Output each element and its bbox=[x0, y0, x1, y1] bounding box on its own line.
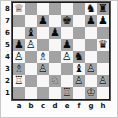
square-c6[interactable] bbox=[37, 27, 49, 39]
square-b8[interactable] bbox=[25, 3, 37, 15]
square-c8[interactable] bbox=[37, 3, 49, 15]
rank-labels: 87654321 bbox=[3, 2, 12, 100]
square-d1[interactable] bbox=[49, 87, 61, 99]
square-a2[interactable]: ♖ bbox=[13, 75, 25, 87]
chess-diagram: 87654321 ♕♞♜♟♚♟♟♝♟♟♙♟♛♙♗♙♞♗♙♝♙♖♘♙♙♖♔ abc… bbox=[0, 0, 118, 118]
square-e6[interactable] bbox=[61, 27, 73, 39]
square-d7[interactable] bbox=[49, 15, 61, 27]
square-a8[interactable]: ♕ bbox=[13, 3, 25, 15]
white-pawn-b5[interactable]: ♙ bbox=[26, 39, 36, 51]
square-f8[interactable] bbox=[73, 3, 85, 15]
square-d8[interactable] bbox=[49, 3, 61, 15]
white-bishop-a3[interactable]: ♗ bbox=[14, 63, 24, 75]
square-b6[interactable]: ♝ bbox=[25, 27, 37, 39]
rank-label-7: 7 bbox=[3, 15, 12, 27]
square-e7[interactable]: ♚ bbox=[61, 15, 73, 27]
black-queen-h5[interactable]: ♛ bbox=[98, 39, 108, 51]
square-h7[interactable]: ♟ bbox=[97, 15, 109, 27]
square-e8[interactable] bbox=[61, 3, 73, 15]
square-b3[interactable] bbox=[25, 63, 37, 75]
square-h2[interactable]: ♙ bbox=[97, 75, 109, 87]
white-pawn-h2[interactable]: ♙ bbox=[98, 75, 108, 87]
white-pawn-f2[interactable]: ♙ bbox=[74, 75, 84, 87]
square-g7[interactable]: ♟ bbox=[85, 15, 97, 27]
white-rook-a2[interactable]: ♖ bbox=[14, 75, 24, 87]
square-c5[interactable] bbox=[37, 39, 49, 51]
white-rook-e1[interactable]: ♖ bbox=[62, 87, 72, 99]
square-f6[interactable] bbox=[73, 27, 85, 39]
white-pawn-g3[interactable]: ♙ bbox=[86, 63, 96, 75]
square-g5[interactable] bbox=[85, 39, 97, 51]
black-pawn-a5[interactable]: ♟ bbox=[14, 39, 24, 51]
square-d2[interactable]: ♘ bbox=[49, 75, 61, 87]
black-rook-h8[interactable]: ♜ bbox=[98, 3, 108, 15]
square-a7[interactable] bbox=[13, 15, 25, 27]
rank-label-6: 6 bbox=[3, 27, 12, 39]
white-bishop-c4[interactable]: ♗ bbox=[38, 51, 48, 63]
black-pawn-e5[interactable]: ♟ bbox=[62, 39, 72, 51]
black-knight-f4[interactable]: ♞ bbox=[74, 51, 84, 63]
square-d4[interactable] bbox=[49, 51, 61, 63]
square-f2[interactable]: ♙ bbox=[73, 75, 85, 87]
square-g3[interactable]: ♙ bbox=[85, 63, 97, 75]
file-label-c: c bbox=[37, 102, 49, 110]
black-bishop-f3[interactable]: ♝ bbox=[74, 63, 84, 75]
file-label-g: g bbox=[85, 102, 97, 110]
square-a5[interactable]: ♟ bbox=[13, 39, 25, 51]
black-pawn-h7[interactable]: ♟ bbox=[98, 15, 108, 27]
rank-label-4: 4 bbox=[3, 51, 12, 63]
square-g4[interactable] bbox=[85, 51, 97, 63]
square-h1[interactable] bbox=[97, 87, 109, 99]
square-b1[interactable] bbox=[25, 87, 37, 99]
square-f1[interactable] bbox=[73, 87, 85, 99]
black-king-e7[interactable]: ♚ bbox=[62, 15, 72, 27]
square-b4[interactable] bbox=[25, 51, 37, 63]
rank-label-1: 1 bbox=[3, 87, 12, 99]
square-g2[interactable] bbox=[85, 75, 97, 87]
white-pawn-a4[interactable]: ♙ bbox=[14, 51, 24, 63]
square-h4[interactable] bbox=[97, 51, 109, 63]
black-pawn-g7[interactable]: ♟ bbox=[86, 15, 96, 27]
square-g6[interactable] bbox=[85, 27, 97, 39]
square-e4[interactable]: ♙ bbox=[61, 51, 73, 63]
square-h3[interactable] bbox=[97, 63, 109, 75]
file-label-h: h bbox=[97, 102, 109, 110]
black-pawn-c7[interactable]: ♟ bbox=[38, 15, 48, 27]
square-f3[interactable]: ♝ bbox=[73, 63, 85, 75]
black-pawn-d6[interactable]: ♟ bbox=[50, 27, 60, 39]
square-a4[interactable]: ♙ bbox=[13, 51, 25, 63]
square-c4[interactable]: ♗ bbox=[37, 51, 49, 63]
square-a1[interactable] bbox=[13, 87, 25, 99]
square-f7[interactable] bbox=[73, 15, 85, 27]
square-f5[interactable] bbox=[73, 39, 85, 51]
square-h8[interactable]: ♜ bbox=[97, 3, 109, 15]
white-pawn-c3[interactable]: ♙ bbox=[38, 63, 48, 75]
file-label-d: d bbox=[49, 102, 61, 110]
file-label-b: b bbox=[25, 102, 37, 110]
square-c2[interactable] bbox=[37, 75, 49, 87]
file-label-a: a bbox=[13, 102, 25, 110]
square-a6[interactable] bbox=[13, 27, 25, 39]
square-e1[interactable]: ♖ bbox=[61, 87, 73, 99]
white-knight-d2[interactable]: ♘ bbox=[50, 75, 60, 87]
square-e5[interactable]: ♟ bbox=[61, 39, 73, 51]
square-f4[interactable]: ♞ bbox=[73, 51, 85, 63]
square-b5[interactable]: ♙ bbox=[25, 39, 37, 51]
white-queen-a8[interactable]: ♕ bbox=[14, 3, 24, 15]
white-pawn-e4[interactable]: ♙ bbox=[62, 51, 72, 63]
file-label-e: e bbox=[61, 102, 73, 110]
square-c3[interactable]: ♙ bbox=[37, 63, 49, 75]
file-labels: abcdefgh bbox=[13, 102, 109, 110]
square-h5[interactable]: ♛ bbox=[97, 39, 109, 51]
square-d3[interactable] bbox=[49, 63, 61, 75]
black-bishop-b6[interactable]: ♝ bbox=[26, 27, 36, 39]
square-b2[interactable] bbox=[25, 75, 37, 87]
square-d6[interactable]: ♟ bbox=[49, 27, 61, 39]
square-e2[interactable] bbox=[61, 75, 73, 87]
square-g1[interactable]: ♔ bbox=[85, 87, 97, 99]
square-g8[interactable]: ♞ bbox=[85, 3, 97, 15]
rank-label-5: 5 bbox=[3, 39, 12, 51]
rank-label-3: 3 bbox=[3, 63, 12, 75]
rank-label-8: 8 bbox=[3, 3, 12, 15]
square-h6[interactable] bbox=[97, 27, 109, 39]
square-a3[interactable]: ♗ bbox=[13, 63, 25, 75]
file-label-f: f bbox=[73, 102, 85, 110]
chess-board: ♕♞♜♟♚♟♟♝♟♟♙♟♛♙♗♙♞♗♙♝♙♖♘♙♙♖♔ bbox=[12, 2, 110, 100]
board-with-rank-labels: 87654321 ♕♞♜♟♚♟♟♝♟♟♙♟♛♙♗♙♞♗♙♝♙♖♘♙♙♖♔ bbox=[3, 2, 110, 100]
square-c7[interactable]: ♟ bbox=[37, 15, 49, 27]
square-c1[interactable] bbox=[37, 87, 49, 99]
white-king-g1[interactable]: ♔ bbox=[86, 87, 96, 99]
square-b7[interactable] bbox=[25, 15, 37, 27]
square-e3[interactable] bbox=[61, 63, 73, 75]
square-d5[interactable] bbox=[49, 39, 61, 51]
rank-label-2: 2 bbox=[3, 75, 12, 87]
black-knight-g8[interactable]: ♞ bbox=[86, 3, 96, 15]
